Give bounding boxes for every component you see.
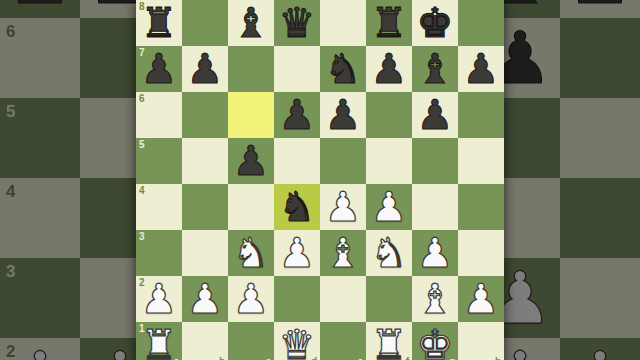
- black-knight-d4[interactable]: ♞: [279, 187, 316, 228]
- rank-label-6: 6: [139, 93, 145, 104]
- black-pawn-h7[interactable]: ♟: [463, 49, 500, 90]
- white-bishop-g2[interactable]: ♝: [417, 279, 454, 320]
- square-e5[interactable]: [320, 138, 366, 184]
- square-e8[interactable]: [320, 0, 366, 46]
- square-f2[interactable]: [366, 276, 412, 322]
- square-b4[interactable]: [182, 184, 228, 230]
- video-frame: 8♜♝♛♜♚7♟♟♞♟♝♟6♟♟♟5♟4♞♟♟3♞♟♝♞♟2♟♟♟♝♟1a♜bc…: [0, 0, 640, 360]
- square-h4: [560, 178, 640, 258]
- square-c1[interactable]: c: [228, 322, 274, 360]
- square-f8[interactable]: ♜: [366, 0, 412, 46]
- square-a7[interactable]: 7♟: [136, 46, 182, 92]
- square-f4[interactable]: ♟: [366, 184, 412, 230]
- white-pawn-h2: ♟: [568, 342, 633, 360]
- square-d1[interactable]: d♛: [274, 322, 320, 360]
- black-pawn-a7[interactable]: ♟: [141, 49, 178, 90]
- square-f5[interactable]: [366, 138, 412, 184]
- black-king-g8[interactable]: ♚: [417, 3, 454, 44]
- square-h7: ♟: [560, 0, 640, 18]
- square-b1[interactable]: b: [182, 322, 228, 360]
- square-a2: 2♟: [0, 338, 80, 360]
- square-e4[interactable]: ♟: [320, 184, 366, 230]
- square-a5[interactable]: 5: [136, 138, 182, 184]
- white-queen-d1[interactable]: ♛: [279, 325, 316, 360]
- white-knight-f3[interactable]: ♞: [371, 233, 408, 274]
- square-c2[interactable]: ♟: [228, 276, 274, 322]
- square-a3[interactable]: 3: [136, 230, 182, 276]
- rank-label-5: 5: [139, 139, 145, 150]
- square-a6: 6: [0, 18, 80, 98]
- square-e6[interactable]: ♟: [320, 92, 366, 138]
- square-g2[interactable]: ♝: [412, 276, 458, 322]
- square-f1[interactable]: f♜: [366, 322, 412, 360]
- black-bishop-g7[interactable]: ♝: [417, 49, 454, 90]
- square-a1[interactable]: 1a♜: [136, 322, 182, 360]
- square-e3[interactable]: ♝: [320, 230, 366, 276]
- rank-label-5: 5: [6, 102, 15, 122]
- file-label-e: e: [357, 356, 363, 360]
- square-f6[interactable]: [366, 92, 412, 138]
- square-h5[interactable]: [458, 138, 504, 184]
- rank-label-3: 3: [139, 231, 145, 242]
- square-a2[interactable]: 2♟: [136, 276, 182, 322]
- square-a7: 7♟: [0, 0, 80, 18]
- square-e2[interactable]: [320, 276, 366, 322]
- square-a4[interactable]: 4: [136, 184, 182, 230]
- white-rook-f1[interactable]: ♜: [371, 325, 408, 360]
- black-pawn-g6[interactable]: ♟: [417, 95, 454, 136]
- white-pawn-a2[interactable]: ♟: [141, 279, 178, 320]
- square-a3: 3: [0, 258, 80, 338]
- square-c5[interactable]: ♟: [228, 138, 274, 184]
- square-h2[interactable]: ♟: [458, 276, 504, 322]
- square-b2[interactable]: ♟: [182, 276, 228, 322]
- square-c4[interactable]: [228, 184, 274, 230]
- black-knight-e7[interactable]: ♞: [325, 49, 362, 90]
- square-h4[interactable]: [458, 184, 504, 230]
- square-d4[interactable]: ♞: [274, 184, 320, 230]
- black-pawn-d6[interactable]: ♟: [279, 95, 316, 136]
- white-pawn-e4[interactable]: ♟: [325, 187, 362, 228]
- square-f7[interactable]: ♟: [366, 46, 412, 92]
- square-d5[interactable]: [274, 138, 320, 184]
- square-h5: [560, 98, 640, 178]
- file-label-h: h: [495, 356, 501, 360]
- square-a8[interactable]: 8♜: [136, 0, 182, 46]
- white-pawn-a2: ♟: [8, 342, 73, 360]
- black-pawn-h7: ♟: [568, 0, 633, 14]
- square-h3: [560, 258, 640, 338]
- square-c8[interactable]: ♝: [228, 0, 274, 46]
- square-e7[interactable]: ♞: [320, 46, 366, 92]
- rank-label-4: 4: [139, 185, 145, 196]
- square-d8[interactable]: ♛: [274, 0, 320, 46]
- square-d7[interactable]: [274, 46, 320, 92]
- square-b3[interactable]: [182, 230, 228, 276]
- black-bishop-c8[interactable]: ♝: [233, 3, 270, 44]
- white-pawn-b2[interactable]: ♟: [187, 279, 224, 320]
- square-h6[interactable]: [458, 92, 504, 138]
- square-g3[interactable]: ♟: [412, 230, 458, 276]
- square-c6[interactable]: [228, 92, 274, 138]
- square-d6[interactable]: ♟: [274, 92, 320, 138]
- rank-label-6: 6: [6, 22, 15, 42]
- white-bishop-e3[interactable]: ♝: [325, 233, 362, 274]
- square-c3[interactable]: ♞: [228, 230, 274, 276]
- square-a4: 4: [0, 178, 80, 258]
- file-label-b: b: [219, 356, 225, 360]
- square-f3[interactable]: ♞: [366, 230, 412, 276]
- white-pawn-f4[interactable]: ♟: [371, 187, 408, 228]
- white-pawn-c2[interactable]: ♟: [233, 279, 270, 320]
- square-h1[interactable]: h: [458, 322, 504, 360]
- black-rook-a8[interactable]: ♜: [141, 3, 178, 44]
- square-h7[interactable]: ♟: [458, 46, 504, 92]
- black-rook-f8[interactable]: ♜: [371, 3, 408, 44]
- file-label-c: c: [265, 356, 271, 360]
- white-pawn-d3[interactable]: ♟: [279, 233, 316, 274]
- black-pawn-a7: ♟: [8, 0, 73, 14]
- square-g7[interactable]: ♝: [412, 46, 458, 92]
- square-b8[interactable]: [182, 0, 228, 46]
- black-pawn-f7[interactable]: ♟: [371, 49, 408, 90]
- square-g4[interactable]: [412, 184, 458, 230]
- white-king-g1[interactable]: ♚: [417, 325, 454, 360]
- black-queen-d8[interactable]: ♛: [279, 3, 316, 44]
- square-a5: 5: [0, 98, 80, 178]
- square-g8[interactable]: ♚: [412, 0, 458, 46]
- square-g1[interactable]: g♚: [412, 322, 458, 360]
- square-b5[interactable]: [182, 138, 228, 184]
- square-h8[interactable]: [458, 0, 504, 46]
- black-pawn-b7[interactable]: ♟: [187, 49, 224, 90]
- square-d2[interactable]: [274, 276, 320, 322]
- white-rook-a1[interactable]: ♜: [141, 325, 178, 360]
- square-h3[interactable]: [458, 230, 504, 276]
- square-h2: ♟: [560, 338, 640, 360]
- square-g5[interactable]: [412, 138, 458, 184]
- square-d3[interactable]: ♟: [274, 230, 320, 276]
- rank-label-3: 3: [6, 262, 15, 282]
- chess-board: 8♜♝♛♜♚7♟♟♞♟♝♟6♟♟♟5♟4♞♟♟3♞♟♝♞♟2♟♟♟♝♟1a♜bc…: [136, 0, 504, 360]
- square-g6[interactable]: ♟: [412, 92, 458, 138]
- square-b7[interactable]: ♟: [182, 46, 228, 92]
- white-knight-c3[interactable]: ♞: [233, 233, 270, 274]
- rank-label-4: 4: [6, 182, 15, 202]
- square-c7[interactable]: [228, 46, 274, 92]
- square-a6[interactable]: 6: [136, 92, 182, 138]
- square-h6: [560, 18, 640, 98]
- square-b6[interactable]: [182, 92, 228, 138]
- white-pawn-g3[interactable]: ♟: [417, 233, 454, 274]
- black-pawn-e6[interactable]: ♟: [325, 95, 362, 136]
- square-e1[interactable]: e: [320, 322, 366, 360]
- white-pawn-h2[interactable]: ♟: [463, 279, 500, 320]
- black-pawn-c5[interactable]: ♟: [233, 141, 270, 182]
